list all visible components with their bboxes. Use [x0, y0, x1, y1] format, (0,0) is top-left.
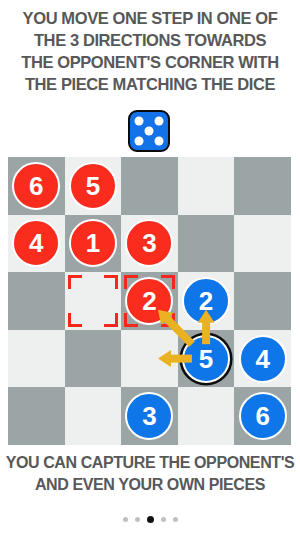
dice-pip [154, 117, 163, 126]
instruction-text-top: YOU MOVE ONE STEP IN ONE OF THE 3 DIRECT… [0, 7, 300, 95]
board-cell-r1c1[interactable]: 1 [65, 215, 122, 273]
piece-blue-5[interactable]: 5 [182, 335, 230, 383]
dice-pip [135, 136, 144, 145]
page-dot-0[interactable] [123, 517, 128, 522]
page-indicator [0, 514, 300, 524]
bracket-corner-icon [68, 313, 82, 327]
dice-pip [154, 136, 163, 145]
board-cell-r3c4[interactable]: 4 [234, 330, 291, 388]
page-dot-1[interactable] [135, 517, 140, 522]
instruction-line: YOU CAN CAPTURE THE OPPONENT'S [0, 452, 300, 474]
page-dot-2[interactable] [147, 516, 154, 523]
board-cell-r1c2[interactable]: 3 [121, 215, 178, 273]
piece-red-6[interactable]: 6 [12, 162, 60, 210]
piece-red-3[interactable]: 3 [125, 219, 173, 267]
piece-blue-3[interactable]: 3 [125, 392, 173, 440]
board-cell-r2c2[interactable]: 2 [121, 272, 178, 330]
board-cell-r4c2[interactable]: 3 [121, 387, 178, 445]
game-board: 65413225436 [8, 157, 291, 445]
piece-blue-2[interactable]: 2 [182, 277, 230, 325]
board-cell-r2c0[interactable] [8, 272, 65, 330]
board-cell-r4c4[interactable]: 6 [234, 387, 291, 445]
board-cell-r1c3[interactable] [178, 215, 235, 273]
instruction-line: THE OPPONENT'S CORNER WITH [0, 51, 300, 73]
board-cell-r0c0[interactable]: 6 [8, 157, 65, 215]
board-cell-r2c1[interactable] [65, 272, 122, 330]
instruction-line: THE PIECE MATCHING THE DICE [0, 73, 300, 95]
board-cell-r4c1[interactable] [65, 387, 122, 445]
board-cell-r2c3[interactable]: 2 [178, 272, 235, 330]
board-cell-r4c3[interactable] [178, 387, 235, 445]
board-cell-r3c2[interactable] [121, 330, 178, 388]
piece-red-2[interactable]: 2 [125, 277, 173, 325]
piece-red-1[interactable]: 1 [69, 219, 117, 267]
board-cell-r0c4[interactable] [234, 157, 291, 215]
board-cell-r2c4[interactable] [234, 272, 291, 330]
instruction-text-bottom: YOU CAN CAPTURE THE OPPONENT'S AND EVEN … [0, 452, 300, 496]
piece-red-4[interactable]: 4 [12, 219, 60, 267]
instruction-line: YOU MOVE ONE STEP IN ONE OF [0, 7, 300, 29]
bracket-corner-icon [104, 313, 118, 327]
bracket-corner-icon [104, 275, 118, 289]
bracket-corner-icon [68, 275, 82, 289]
board-cell-r0c1[interactable]: 5 [65, 157, 122, 215]
board-cell-r1c4[interactable] [234, 215, 291, 273]
piece-blue-4[interactable]: 4 [239, 335, 287, 383]
dice-pip [145, 127, 154, 136]
tutorial-screen: YOU MOVE ONE STEP IN ONE OF THE 3 DIRECT… [0, 0, 300, 533]
board-cell-r0c3[interactable] [178, 157, 235, 215]
board-cell-r3c0[interactable] [8, 330, 65, 388]
instruction-line: AND EVEN YOUR OWN PIECES [0, 474, 300, 496]
board-cell-r3c3[interactable]: 5 [178, 330, 235, 388]
target-square-brackets [68, 275, 119, 327]
page-dot-3[interactable] [161, 517, 166, 522]
piece-blue-6[interactable]: 6 [239, 392, 287, 440]
dice-pip [135, 117, 144, 126]
instruction-line: THE 3 DIRECTIONS TOWARDS [0, 29, 300, 51]
board-cell-r3c1[interactable] [65, 330, 122, 388]
piece-red-5[interactable]: 5 [69, 162, 117, 210]
dice-icon [128, 110, 170, 152]
page-dot-4[interactable] [173, 517, 178, 522]
board-cell-r0c2[interactable] [121, 157, 178, 215]
board-cell-r4c0[interactable] [8, 387, 65, 445]
board-cell-r1c0[interactable]: 4 [8, 215, 65, 273]
